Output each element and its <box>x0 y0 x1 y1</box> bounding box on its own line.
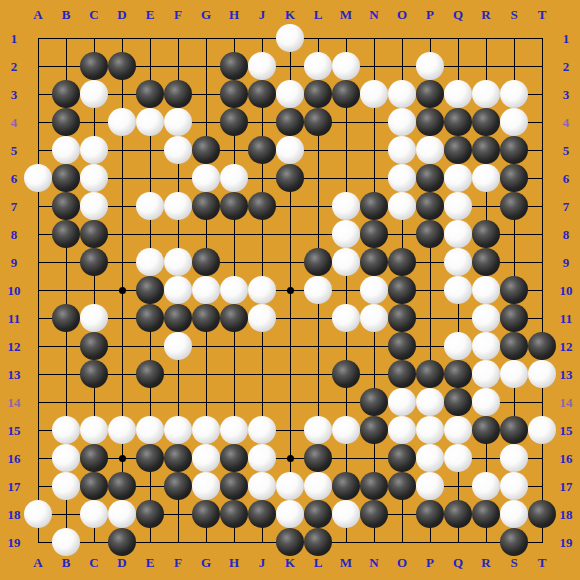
intersection-C6[interactable] <box>80 164 108 192</box>
intersection-P16[interactable] <box>416 444 444 472</box>
intersection-F1[interactable] <box>164 24 192 52</box>
intersection-T14[interactable] <box>528 388 556 416</box>
intersection-R19[interactable] <box>472 528 500 556</box>
intersection-Q6[interactable] <box>444 164 472 192</box>
intersection-B7[interactable] <box>52 192 80 220</box>
intersection-H5[interactable] <box>220 136 248 164</box>
intersection-D11[interactable] <box>108 304 136 332</box>
intersection-J4[interactable] <box>248 108 276 136</box>
intersection-G13[interactable] <box>192 360 220 388</box>
intersection-L2[interactable] <box>304 52 332 80</box>
intersection-G8[interactable] <box>192 220 220 248</box>
intersection-E15[interactable] <box>136 416 164 444</box>
intersection-S4[interactable] <box>500 108 528 136</box>
intersection-A8[interactable] <box>24 220 52 248</box>
intersection-N6[interactable] <box>360 164 388 192</box>
intersection-A15[interactable] <box>24 416 52 444</box>
intersection-S17[interactable] <box>500 472 528 500</box>
intersection-M1[interactable] <box>332 24 360 52</box>
intersection-D8[interactable] <box>108 220 136 248</box>
intersection-N13[interactable] <box>360 360 388 388</box>
intersection-M7[interactable] <box>332 192 360 220</box>
intersection-E17[interactable] <box>136 472 164 500</box>
intersection-E2[interactable] <box>136 52 164 80</box>
intersection-G10[interactable] <box>192 276 220 304</box>
intersection-Q9[interactable] <box>444 248 472 276</box>
intersection-F13[interactable] <box>164 360 192 388</box>
intersection-E6[interactable] <box>136 164 164 192</box>
intersection-B5[interactable] <box>52 136 80 164</box>
intersection-N10[interactable] <box>360 276 388 304</box>
intersection-L14[interactable] <box>304 388 332 416</box>
intersection-J8[interactable] <box>248 220 276 248</box>
intersection-O12[interactable] <box>388 332 416 360</box>
intersection-A18[interactable] <box>24 500 52 528</box>
intersection-E16[interactable] <box>136 444 164 472</box>
intersection-C15[interactable] <box>80 416 108 444</box>
intersection-B15[interactable] <box>52 416 80 444</box>
intersection-H13[interactable] <box>220 360 248 388</box>
intersection-O9[interactable] <box>388 248 416 276</box>
intersection-L3[interactable] <box>304 80 332 108</box>
intersection-L17[interactable] <box>304 472 332 500</box>
intersection-N16[interactable] <box>360 444 388 472</box>
intersection-G14[interactable] <box>192 388 220 416</box>
intersection-K1[interactable] <box>276 24 304 52</box>
intersection-Q2[interactable] <box>444 52 472 80</box>
intersection-F19[interactable] <box>164 528 192 556</box>
intersection-D1[interactable] <box>108 24 136 52</box>
intersection-A5[interactable] <box>24 136 52 164</box>
intersection-F5[interactable] <box>164 136 192 164</box>
intersection-K13[interactable] <box>276 360 304 388</box>
intersection-E4[interactable] <box>136 108 164 136</box>
intersection-T15[interactable] <box>528 416 556 444</box>
intersection-S9[interactable] <box>500 248 528 276</box>
intersection-M5[interactable] <box>332 136 360 164</box>
intersection-S2[interactable] <box>500 52 528 80</box>
intersection-P8[interactable] <box>416 220 444 248</box>
intersection-N19[interactable] <box>360 528 388 556</box>
intersection-P15[interactable] <box>416 416 444 444</box>
intersection-F11[interactable] <box>164 304 192 332</box>
intersection-K3[interactable] <box>276 80 304 108</box>
intersection-R4[interactable] <box>472 108 500 136</box>
intersection-G3[interactable] <box>192 80 220 108</box>
intersection-R2[interactable] <box>472 52 500 80</box>
intersection-C19[interactable] <box>80 528 108 556</box>
intersection-K7[interactable] <box>276 192 304 220</box>
intersection-C1[interactable] <box>80 24 108 52</box>
intersection-H19[interactable] <box>220 528 248 556</box>
intersection-S18[interactable] <box>500 500 528 528</box>
intersection-B9[interactable] <box>52 248 80 276</box>
intersection-D3[interactable] <box>108 80 136 108</box>
intersection-F9[interactable] <box>164 248 192 276</box>
intersection-E3[interactable] <box>136 80 164 108</box>
intersection-T10[interactable] <box>528 276 556 304</box>
intersection-N7[interactable] <box>360 192 388 220</box>
intersection-G18[interactable] <box>192 500 220 528</box>
intersection-F16[interactable] <box>164 444 192 472</box>
intersection-N14[interactable] <box>360 388 388 416</box>
intersection-T18[interactable] <box>528 500 556 528</box>
intersection-A2[interactable] <box>24 52 52 80</box>
intersection-R8[interactable] <box>472 220 500 248</box>
intersection-G15[interactable] <box>192 416 220 444</box>
intersection-M12[interactable] <box>332 332 360 360</box>
intersection-J14[interactable] <box>248 388 276 416</box>
intersection-S12[interactable] <box>500 332 528 360</box>
intersection-T17[interactable] <box>528 472 556 500</box>
intersection-F12[interactable] <box>164 332 192 360</box>
intersection-E8[interactable] <box>136 220 164 248</box>
intersection-P5[interactable] <box>416 136 444 164</box>
intersection-E14[interactable] <box>136 388 164 416</box>
intersection-C16[interactable] <box>80 444 108 472</box>
intersection-R15[interactable] <box>472 416 500 444</box>
intersection-D7[interactable] <box>108 192 136 220</box>
intersection-M13[interactable] <box>332 360 360 388</box>
intersection-M10[interactable] <box>332 276 360 304</box>
intersection-P14[interactable] <box>416 388 444 416</box>
intersection-K12[interactable] <box>276 332 304 360</box>
intersection-J19[interactable] <box>248 528 276 556</box>
intersection-F8[interactable] <box>164 220 192 248</box>
intersection-M8[interactable] <box>332 220 360 248</box>
intersection-P4[interactable] <box>416 108 444 136</box>
intersection-Q7[interactable] <box>444 192 472 220</box>
intersection-S10[interactable] <box>500 276 528 304</box>
intersection-J12[interactable] <box>248 332 276 360</box>
intersection-F7[interactable] <box>164 192 192 220</box>
intersection-N11[interactable] <box>360 304 388 332</box>
intersection-S3[interactable] <box>500 80 528 108</box>
intersection-S5[interactable] <box>500 136 528 164</box>
intersection-S8[interactable] <box>500 220 528 248</box>
intersection-K19[interactable] <box>276 528 304 556</box>
intersection-A9[interactable] <box>24 248 52 276</box>
intersection-B2[interactable] <box>52 52 80 80</box>
intersection-P9[interactable] <box>416 248 444 276</box>
intersection-A6[interactable] <box>24 164 52 192</box>
intersection-T13[interactable] <box>528 360 556 388</box>
intersection-K17[interactable] <box>276 472 304 500</box>
intersection-J11[interactable] <box>248 304 276 332</box>
intersection-M3[interactable] <box>332 80 360 108</box>
intersection-N1[interactable] <box>360 24 388 52</box>
intersection-D10[interactable] <box>108 276 136 304</box>
intersection-H6[interactable] <box>220 164 248 192</box>
intersection-R18[interactable] <box>472 500 500 528</box>
intersection-L12[interactable] <box>304 332 332 360</box>
intersection-N18[interactable] <box>360 500 388 528</box>
intersection-P17[interactable] <box>416 472 444 500</box>
intersection-H4[interactable] <box>220 108 248 136</box>
intersection-G4[interactable] <box>192 108 220 136</box>
intersection-K8[interactable] <box>276 220 304 248</box>
intersection-H11[interactable] <box>220 304 248 332</box>
intersection-S13[interactable] <box>500 360 528 388</box>
intersection-O7[interactable] <box>388 192 416 220</box>
intersection-B8[interactable] <box>52 220 80 248</box>
intersection-J16[interactable] <box>248 444 276 472</box>
intersection-K14[interactable] <box>276 388 304 416</box>
intersection-J2[interactable] <box>248 52 276 80</box>
intersection-C14[interactable] <box>80 388 108 416</box>
intersection-H12[interactable] <box>220 332 248 360</box>
intersection-J7[interactable] <box>248 192 276 220</box>
intersection-H17[interactable] <box>220 472 248 500</box>
intersection-J15[interactable] <box>248 416 276 444</box>
intersection-N3[interactable] <box>360 80 388 108</box>
intersection-L16[interactable] <box>304 444 332 472</box>
intersection-O16[interactable] <box>388 444 416 472</box>
intersection-D9[interactable] <box>108 248 136 276</box>
intersection-Q16[interactable] <box>444 444 472 472</box>
intersection-Q13[interactable] <box>444 360 472 388</box>
intersection-T1[interactable] <box>528 24 556 52</box>
intersection-D15[interactable] <box>108 416 136 444</box>
intersection-K4[interactable] <box>276 108 304 136</box>
intersection-C11[interactable] <box>80 304 108 332</box>
intersection-G11[interactable] <box>192 304 220 332</box>
intersection-A17[interactable] <box>24 472 52 500</box>
intersection-B4[interactable] <box>52 108 80 136</box>
intersection-A3[interactable] <box>24 80 52 108</box>
intersection-Q10[interactable] <box>444 276 472 304</box>
intersection-B6[interactable] <box>52 164 80 192</box>
intersection-B18[interactable] <box>52 500 80 528</box>
intersection-J5[interactable] <box>248 136 276 164</box>
intersection-O14[interactable] <box>388 388 416 416</box>
intersection-P19[interactable] <box>416 528 444 556</box>
intersection-D13[interactable] <box>108 360 136 388</box>
intersection-L6[interactable] <box>304 164 332 192</box>
intersection-G16[interactable] <box>192 444 220 472</box>
intersection-O17[interactable] <box>388 472 416 500</box>
intersection-D16[interactable] <box>108 444 136 472</box>
intersection-F4[interactable] <box>164 108 192 136</box>
intersection-N15[interactable] <box>360 416 388 444</box>
intersection-R16[interactable] <box>472 444 500 472</box>
intersection-F15[interactable] <box>164 416 192 444</box>
intersection-E7[interactable] <box>136 192 164 220</box>
intersection-L11[interactable] <box>304 304 332 332</box>
intersection-E13[interactable] <box>136 360 164 388</box>
intersection-K5[interactable] <box>276 136 304 164</box>
intersection-H14[interactable] <box>220 388 248 416</box>
intersection-H8[interactable] <box>220 220 248 248</box>
intersection-A4[interactable] <box>24 108 52 136</box>
intersection-R5[interactable] <box>472 136 500 164</box>
intersection-S7[interactable] <box>500 192 528 220</box>
intersection-M9[interactable] <box>332 248 360 276</box>
intersection-O13[interactable] <box>388 360 416 388</box>
intersection-R6[interactable] <box>472 164 500 192</box>
intersection-L4[interactable] <box>304 108 332 136</box>
intersection-Q15[interactable] <box>444 416 472 444</box>
intersection-G9[interactable] <box>192 248 220 276</box>
intersection-B1[interactable] <box>52 24 80 52</box>
intersection-F17[interactable] <box>164 472 192 500</box>
intersection-L15[interactable] <box>304 416 332 444</box>
intersection-B12[interactable] <box>52 332 80 360</box>
intersection-P18[interactable] <box>416 500 444 528</box>
intersection-O2[interactable] <box>388 52 416 80</box>
intersection-K6[interactable] <box>276 164 304 192</box>
intersection-H7[interactable] <box>220 192 248 220</box>
intersection-G19[interactable] <box>192 528 220 556</box>
intersection-Q1[interactable] <box>444 24 472 52</box>
intersection-T19[interactable] <box>528 528 556 556</box>
intersection-K15[interactable] <box>276 416 304 444</box>
intersection-M19[interactable] <box>332 528 360 556</box>
intersection-N8[interactable] <box>360 220 388 248</box>
intersection-C17[interactable] <box>80 472 108 500</box>
intersection-B10[interactable] <box>52 276 80 304</box>
intersection-H16[interactable] <box>220 444 248 472</box>
intersection-R3[interactable] <box>472 80 500 108</box>
intersection-A11[interactable] <box>24 304 52 332</box>
intersection-D19[interactable] <box>108 528 136 556</box>
intersection-A14[interactable] <box>24 388 52 416</box>
intersection-D17[interactable] <box>108 472 136 500</box>
intersection-D12[interactable] <box>108 332 136 360</box>
intersection-T8[interactable] <box>528 220 556 248</box>
intersection-L19[interactable] <box>304 528 332 556</box>
intersection-C5[interactable] <box>80 136 108 164</box>
intersection-H9[interactable] <box>220 248 248 276</box>
intersection-N4[interactable] <box>360 108 388 136</box>
intersection-Q18[interactable] <box>444 500 472 528</box>
intersection-A7[interactable] <box>24 192 52 220</box>
intersection-L8[interactable] <box>304 220 332 248</box>
intersection-N5[interactable] <box>360 136 388 164</box>
intersection-N2[interactable] <box>360 52 388 80</box>
intersection-J1[interactable] <box>248 24 276 52</box>
intersection-G7[interactable] <box>192 192 220 220</box>
intersection-O19[interactable] <box>388 528 416 556</box>
intersection-K11[interactable] <box>276 304 304 332</box>
intersection-H1[interactable] <box>220 24 248 52</box>
intersection-J6[interactable] <box>248 164 276 192</box>
intersection-P3[interactable] <box>416 80 444 108</box>
intersection-G1[interactable] <box>192 24 220 52</box>
intersection-P7[interactable] <box>416 192 444 220</box>
intersection-J13[interactable] <box>248 360 276 388</box>
intersection-N12[interactable] <box>360 332 388 360</box>
intersection-C7[interactable] <box>80 192 108 220</box>
intersection-C3[interactable] <box>80 80 108 108</box>
intersection-C13[interactable] <box>80 360 108 388</box>
intersection-M16[interactable] <box>332 444 360 472</box>
intersection-P2[interactable] <box>416 52 444 80</box>
intersection-O11[interactable] <box>388 304 416 332</box>
intersection-G6[interactable] <box>192 164 220 192</box>
intersection-L7[interactable] <box>304 192 332 220</box>
intersection-O6[interactable] <box>388 164 416 192</box>
intersection-F3[interactable] <box>164 80 192 108</box>
intersection-R1[interactable] <box>472 24 500 52</box>
intersection-G12[interactable] <box>192 332 220 360</box>
intersection-Q8[interactable] <box>444 220 472 248</box>
intersection-T12[interactable] <box>528 332 556 360</box>
intersection-L10[interactable] <box>304 276 332 304</box>
intersection-T5[interactable] <box>528 136 556 164</box>
intersection-Q5[interactable] <box>444 136 472 164</box>
intersection-A16[interactable] <box>24 444 52 472</box>
intersection-P11[interactable] <box>416 304 444 332</box>
intersection-P12[interactable] <box>416 332 444 360</box>
intersection-E9[interactable] <box>136 248 164 276</box>
intersection-C12[interactable] <box>80 332 108 360</box>
intersection-Q17[interactable] <box>444 472 472 500</box>
intersection-B11[interactable] <box>52 304 80 332</box>
intersection-L5[interactable] <box>304 136 332 164</box>
intersection-A10[interactable] <box>24 276 52 304</box>
intersection-E1[interactable] <box>136 24 164 52</box>
intersection-Q11[interactable] <box>444 304 472 332</box>
intersection-M6[interactable] <box>332 164 360 192</box>
intersection-N9[interactable] <box>360 248 388 276</box>
intersection-S6[interactable] <box>500 164 528 192</box>
intersection-Q3[interactable] <box>444 80 472 108</box>
intersection-C2[interactable] <box>80 52 108 80</box>
intersection-H10[interactable] <box>220 276 248 304</box>
intersection-H15[interactable] <box>220 416 248 444</box>
intersection-T3[interactable] <box>528 80 556 108</box>
intersection-C10[interactable] <box>80 276 108 304</box>
intersection-F18[interactable] <box>164 500 192 528</box>
intersection-H2[interactable] <box>220 52 248 80</box>
intersection-K16[interactable] <box>276 444 304 472</box>
intersection-R14[interactable] <box>472 388 500 416</box>
intersection-M15[interactable] <box>332 416 360 444</box>
intersection-O8[interactable] <box>388 220 416 248</box>
intersection-S11[interactable] <box>500 304 528 332</box>
intersection-S14[interactable] <box>500 388 528 416</box>
intersection-M4[interactable] <box>332 108 360 136</box>
intersection-R17[interactable] <box>472 472 500 500</box>
intersection-J17[interactable] <box>248 472 276 500</box>
intersection-L1[interactable] <box>304 24 332 52</box>
intersection-O18[interactable] <box>388 500 416 528</box>
intersection-J9[interactable] <box>248 248 276 276</box>
intersection-K10[interactable] <box>276 276 304 304</box>
intersection-M18[interactable] <box>332 500 360 528</box>
intersection-T2[interactable] <box>528 52 556 80</box>
intersection-S19[interactable] <box>500 528 528 556</box>
intersection-A19[interactable] <box>24 528 52 556</box>
intersection-O4[interactable] <box>388 108 416 136</box>
intersection-A13[interactable] <box>24 360 52 388</box>
intersection-D18[interactable] <box>108 500 136 528</box>
intersection-D4[interactable] <box>108 108 136 136</box>
intersection-D14[interactable] <box>108 388 136 416</box>
intersection-R11[interactable] <box>472 304 500 332</box>
intersection-E11[interactable] <box>136 304 164 332</box>
intersection-D2[interactable] <box>108 52 136 80</box>
intersection-J18[interactable] <box>248 500 276 528</box>
intersection-B17[interactable] <box>52 472 80 500</box>
intersection-F14[interactable] <box>164 388 192 416</box>
intersection-A1[interactable] <box>24 24 52 52</box>
intersection-P1[interactable] <box>416 24 444 52</box>
intersection-C9[interactable] <box>80 248 108 276</box>
intersection-O3[interactable] <box>388 80 416 108</box>
intersection-B16[interactable] <box>52 444 80 472</box>
